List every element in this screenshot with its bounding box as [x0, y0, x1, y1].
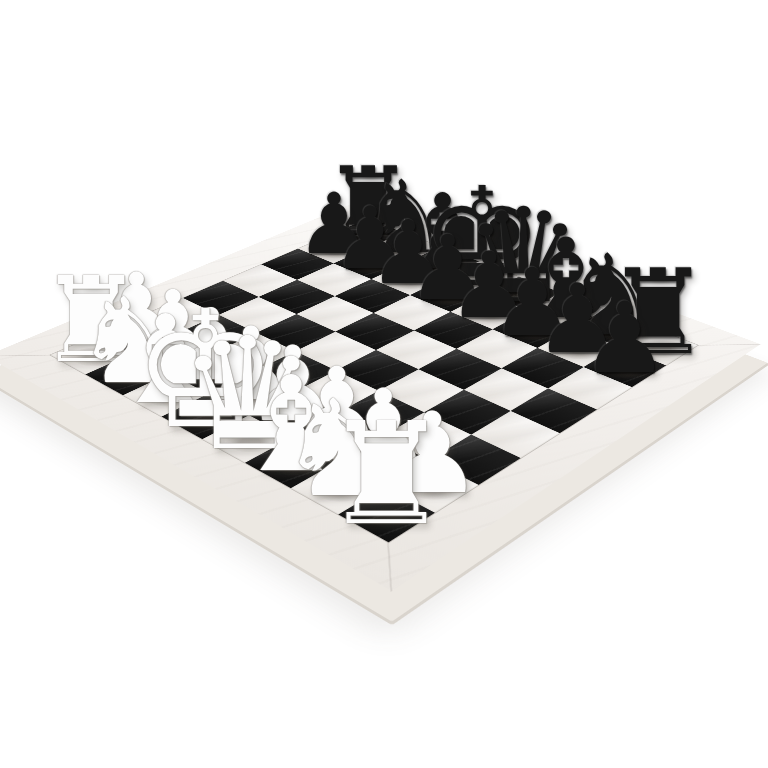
frame-miter-seam: [365, 198, 367, 219]
frame-miter-seam: [697, 344, 760, 345]
frame-miter-seam: [387, 542, 391, 591]
chess-board: [0, 198, 761, 591]
product-photo: ♜♞♝♚♛♝♞♜♟♟♟♟♟♟♟♟♟♟♟♟♟♟♟♟♜♞♝♚♛♝♞♜: [0, 0, 768, 768]
frame-miter-seam: [0, 355, 50, 356]
board-grid: [50, 219, 697, 542]
